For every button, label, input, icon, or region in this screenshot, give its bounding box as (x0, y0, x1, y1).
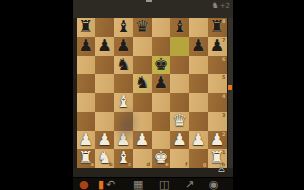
share-icon[interactable]: ↗ (185, 179, 194, 190)
square-d8[interactable]: ♛ (133, 18, 152, 37)
black-queen: ♛ (133, 18, 152, 37)
square-a1[interactable]: a♜ (77, 149, 96, 168)
file-label-b: b (109, 162, 113, 167)
material-value: +2 (220, 2, 230, 10)
square-g6[interactable] (189, 56, 208, 75)
square-b1[interactable]: b♞ (95, 149, 114, 168)
square-h2[interactable]: 2♟ (208, 131, 227, 150)
square-d2[interactable]: ♟ (133, 131, 152, 150)
right-strip (227, 18, 234, 168)
square-f3[interactable]: ♛ (170, 112, 189, 131)
rank-label-6: 6 (222, 57, 225, 62)
screen: ♞ +2 ♜♝♛♝8♜♟♟♟♟7♟♞♚6♞♟5♝4♛3♟♟♟♟♟♟2♟a♜b♞c… (0, 0, 304, 190)
toolbar: ●▮↶▦◫↗◉ (73, 177, 233, 190)
square-c4[interactable]: ♝ (114, 93, 133, 112)
board-area: ♜♝♛♝8♜♟♟♟♟7♟♞♚6♞♟5♝4♛3♟♟♟♟♟♟2♟a♜b♞c♝de♚f… (73, 18, 233, 168)
square-g8[interactable] (189, 18, 208, 37)
chess-board[interactable]: ♜♝♛♝8♜♟♟♟♟7♟♞♚6♞♟5♝4♛3♟♟♟♟♟♟2♟a♜b♞c♝de♚f… (77, 18, 227, 168)
white-bishop: ♝ (114, 93, 133, 112)
square-c6[interactable]: ♞ (114, 56, 133, 75)
square-h3[interactable]: 3 (208, 112, 227, 131)
rank-label-1: 1 (222, 150, 225, 155)
rank-label-2: 2 (222, 132, 225, 137)
square-e4[interactable] (152, 93, 171, 112)
white-pawn: ♟ (189, 131, 208, 150)
rank-label-7: 7 (222, 38, 225, 43)
square-b8[interactable] (95, 18, 114, 37)
black-knight: ♞ (114, 56, 133, 75)
square-c5[interactable] (114, 74, 133, 93)
square-f8[interactable]: ♝ (170, 18, 189, 37)
chess-app-window: ♞ +2 ♜♝♛♝8♜♟♟♟♟7♟♞♚6♞♟5♝4♛3♟♟♟♟♟♟2♟a♜b♞c… (73, 0, 233, 190)
side-to-move-pawn-icon: ♙ (217, 164, 226, 174)
black-pawn: ♟ (152, 74, 171, 93)
square-f4[interactable] (170, 93, 189, 112)
square-d1[interactable]: d (133, 149, 152, 168)
square-e7[interactable] (152, 37, 171, 56)
status-strip: ♙ (73, 168, 233, 177)
file-label-d: d (146, 162, 150, 167)
square-b5[interactable] (95, 74, 114, 93)
black-bishop: ♝ (170, 18, 189, 37)
file-label-e: e (165, 162, 168, 167)
rank-label-8: 8 (222, 19, 225, 24)
square-c7[interactable]: ♟ (114, 37, 133, 56)
square-a4[interactable] (77, 93, 96, 112)
square-c3[interactable] (114, 112, 133, 131)
square-d4[interactable] (133, 93, 152, 112)
square-a8[interactable]: ♜ (77, 18, 96, 37)
square-a5[interactable] (77, 74, 96, 93)
square-e3[interactable] (152, 112, 171, 131)
square-b6[interactable] (95, 56, 114, 75)
square-f2[interactable]: ♟ (170, 131, 189, 150)
black-rook: ♜ (77, 18, 96, 37)
square-e1[interactable]: e♚ (152, 149, 171, 168)
black-pawn: ♟ (189, 37, 208, 56)
square-g5[interactable] (189, 74, 208, 93)
square-g7[interactable]: ♟ (189, 37, 208, 56)
square-h7[interactable]: 7♟ (208, 37, 227, 56)
square-a6[interactable] (77, 56, 96, 75)
square-f6[interactable] (170, 56, 189, 75)
square-g1[interactable]: g (189, 149, 208, 168)
square-b7[interactable]: ♟ (95, 37, 114, 56)
settings-icon[interactable]: ◉ (209, 179, 219, 190)
square-f7[interactable] (170, 37, 189, 56)
square-a7[interactable]: ♟ (77, 37, 96, 56)
knight-icon: ♞ (212, 2, 219, 10)
square-c2[interactable]: ♟ (114, 131, 133, 150)
square-d6[interactable] (133, 56, 152, 75)
black-pawn: ♟ (114, 37, 133, 56)
pause-icon[interactable]: ◫ (159, 179, 169, 190)
move-marker (228, 85, 232, 90)
square-b2[interactable]: ♟ (95, 131, 114, 150)
square-f1[interactable]: f (170, 149, 189, 168)
white-queen: ♛ (170, 112, 189, 131)
white-pawn: ♟ (133, 131, 152, 150)
undo-icon[interactable]: ↶ (106, 179, 115, 190)
file-label-a: a (90, 162, 93, 167)
square-b3[interactable] (95, 112, 114, 131)
material-indicator: ♞ +2 (212, 2, 231, 10)
rank-label-4: 4 (222, 94, 225, 99)
black-pawn: ♟ (77, 37, 96, 56)
square-h8[interactable]: 8♜ (208, 18, 227, 37)
rank-label-3: 3 (222, 113, 225, 118)
square-d3[interactable] (133, 112, 152, 131)
status-mark (146, 0, 152, 2)
white-pawn: ♟ (114, 131, 133, 150)
square-c8[interactable]: ♝ (114, 18, 133, 37)
square-e2[interactable] (152, 131, 171, 150)
square-h5[interactable]: 5 (208, 74, 227, 93)
square-h6[interactable]: 6 (208, 56, 227, 75)
square-d7[interactable] (133, 37, 152, 56)
black-bishop: ♝ (114, 18, 133, 37)
square-a2[interactable]: ♟ (77, 131, 96, 150)
square-f5[interactable] (170, 74, 189, 93)
square-e5[interactable]: ♟ (152, 74, 171, 93)
square-g3[interactable] (189, 112, 208, 131)
file-label-c: c (128, 162, 131, 167)
white-pawn: ♟ (95, 131, 114, 150)
black-king: ♚ (152, 56, 171, 75)
black-pawn: ♟ (95, 37, 114, 56)
top-bar: ♞ +2 (73, 0, 233, 18)
board-icon[interactable]: ▦ (133, 179, 143, 190)
black-knight: ♞ (133, 74, 152, 93)
square-e6[interactable]: ♚ (152, 56, 171, 75)
file-label-g: g (203, 162, 207, 167)
square-d5[interactable]: ♞ (133, 74, 152, 93)
white-pawn: ♟ (170, 131, 189, 150)
rank-label-5: 5 (222, 75, 225, 80)
square-h4[interactable]: 4 (208, 93, 227, 112)
active-tab-indicator[interactable]: ▮ (98, 179, 104, 190)
square-e8[interactable] (152, 18, 171, 37)
square-g2[interactable]: ♟ (189, 131, 208, 150)
file-label-f: f (185, 162, 187, 167)
square-b4[interactable] (95, 93, 114, 112)
square-a3[interactable] (77, 112, 96, 131)
white-pawn: ♟ (77, 131, 96, 150)
square-c1[interactable]: c♝ (114, 149, 133, 168)
square-g4[interactable] (189, 93, 208, 112)
record-icon[interactable]: ● (79, 179, 89, 190)
